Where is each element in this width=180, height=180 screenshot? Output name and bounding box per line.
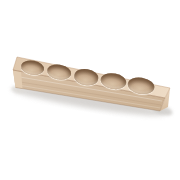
- pit-cavity: [99, 71, 127, 91]
- pit-seeds: [46, 63, 72, 81]
- product-photo-canvas: [0, 0, 180, 180]
- pit-seeds: [71, 65, 101, 87]
- pit-2[interactable]: [44, 61, 74, 83]
- pit-seeds: [126, 76, 155, 96]
- pit-cavity: [126, 76, 155, 96]
- pit-cavity: [73, 67, 100, 86]
- pit-seeds: [99, 71, 127, 91]
- pit-1[interactable]: [16, 56, 46, 78]
- pit-3[interactable]: [71, 65, 101, 87]
- pit-cavity: [19, 59, 44, 77]
- pit-5[interactable]: [125, 75, 155, 97]
- pit-seeds: [19, 59, 44, 77]
- pit-cavity: [46, 63, 72, 81]
- pit-4[interactable]: [98, 70, 128, 92]
